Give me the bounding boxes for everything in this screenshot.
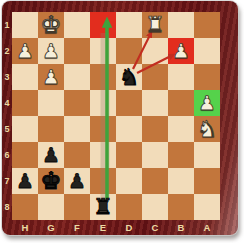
square-h7[interactable]: ♟ <box>12 168 38 194</box>
square-c1[interactable]: ♜ <box>142 12 168 38</box>
file-label-G: G <box>38 222 64 235</box>
file-label-F: F <box>64 222 90 235</box>
square-b6[interactable] <box>168 142 194 168</box>
square-b7[interactable] <box>168 168 194 194</box>
piece-black-rook-e8[interactable]: ♜ <box>90 194 116 220</box>
rank-label-7: 7 <box>2 168 12 194</box>
square-a2[interactable] <box>194 38 220 64</box>
square-f1[interactable] <box>64 12 90 38</box>
square-f3[interactable] <box>64 64 90 90</box>
square-d3[interactable]: ♞ <box>116 64 142 90</box>
piece-black-pawn-f7[interactable]: ♟ <box>64 168 90 194</box>
square-b1[interactable] <box>168 12 194 38</box>
square-b2[interactable]: ♟ <box>168 38 194 64</box>
square-c7[interactable] <box>142 168 168 194</box>
square-h4[interactable] <box>12 90 38 116</box>
square-f7[interactable]: ♟ <box>64 168 90 194</box>
square-a8[interactable] <box>194 194 220 220</box>
square-f4[interactable] <box>64 90 90 116</box>
square-e5[interactable] <box>90 116 116 142</box>
square-g8[interactable] <box>38 194 64 220</box>
square-h3[interactable] <box>12 64 38 90</box>
rank-label-2: 2 <box>2 38 12 64</box>
square-g7[interactable]: ♚ <box>38 168 64 194</box>
square-e7[interactable] <box>90 168 116 194</box>
square-a7[interactable] <box>194 168 220 194</box>
rank-label-5: 5 <box>2 116 12 142</box>
piece-white-pawn-g2[interactable]: ♟ <box>38 38 64 64</box>
square-e1[interactable] <box>90 12 116 38</box>
square-a3[interactable] <box>194 64 220 90</box>
file-label-H: H <box>12 222 38 235</box>
square-c6[interactable] <box>142 142 168 168</box>
square-g2[interactable]: ♟ <box>38 38 64 64</box>
piece-white-pawn-a4[interactable]: ♟ <box>194 90 220 116</box>
square-h6[interactable] <box>12 142 38 168</box>
square-c8[interactable] <box>142 194 168 220</box>
square-h5[interactable] <box>12 116 38 142</box>
piece-white-king-g1[interactable]: ♚ <box>38 12 64 38</box>
piece-black-knight-d3[interactable]: ♞ <box>116 64 142 90</box>
square-e2[interactable] <box>90 38 116 64</box>
square-h8[interactable] <box>12 194 38 220</box>
rank-label-3: 3 <box>2 64 12 90</box>
piece-white-pawn-h2[interactable]: ♟ <box>12 38 38 64</box>
board-frame: ♚♜♟♟♟♟♞♟♞♟♟♚♟♜ 12345678HGFEDCBA <box>2 1 238 235</box>
square-e4[interactable] <box>90 90 116 116</box>
piece-black-pawn-h7[interactable]: ♟ <box>12 168 38 194</box>
square-b4[interactable] <box>168 90 194 116</box>
rank-label-1: 1 <box>2 12 12 38</box>
file-label-B: B <box>168 222 194 235</box>
file-label-D: D <box>116 222 142 235</box>
chess-board: ♚♜♟♟♟♟♞♟♞♟♟♚♟♜ <box>12 12 220 220</box>
rank-label-8: 8 <box>2 194 12 220</box>
file-label-E: E <box>90 222 116 235</box>
square-c4[interactable] <box>142 90 168 116</box>
square-f8[interactable] <box>64 194 90 220</box>
square-a6[interactable] <box>194 142 220 168</box>
square-g5[interactable] <box>38 116 64 142</box>
square-h1[interactable] <box>12 12 38 38</box>
square-d5[interactable] <box>116 116 142 142</box>
square-b5[interactable] <box>168 116 194 142</box>
square-d6[interactable] <box>116 142 142 168</box>
square-f5[interactable] <box>64 116 90 142</box>
square-a1[interactable] <box>194 12 220 38</box>
piece-white-pawn-g3[interactable]: ♟ <box>38 64 64 90</box>
piece-white-knight-a5[interactable]: ♞ <box>194 116 220 142</box>
square-g6[interactable]: ♟ <box>38 142 64 168</box>
file-label-A: A <box>194 222 220 235</box>
square-d8[interactable] <box>116 194 142 220</box>
piece-black-pawn-g6[interactable]: ♟ <box>38 142 64 168</box>
square-e3[interactable] <box>90 64 116 90</box>
rank-label-6: 6 <box>2 142 12 168</box>
square-a4[interactable]: ♟ <box>194 90 220 116</box>
square-f2[interactable] <box>64 38 90 64</box>
square-g3[interactable]: ♟ <box>38 64 64 90</box>
rank-label-4: 4 <box>2 90 12 116</box>
square-e8[interactable]: ♜ <box>90 194 116 220</box>
square-e6[interactable] <box>90 142 116 168</box>
chess-diagram: ♚♜♟♟♟♟♞♟♞♟♟♚♟♜ 12345678HGFEDCBA <box>0 0 244 243</box>
square-b3[interactable] <box>168 64 194 90</box>
square-f6[interactable] <box>64 142 90 168</box>
piece-white-rook-c1[interactable]: ♜ <box>142 12 168 38</box>
square-c2[interactable] <box>142 38 168 64</box>
square-d1[interactable] <box>116 12 142 38</box>
square-c5[interactable] <box>142 116 168 142</box>
square-a5[interactable]: ♞ <box>194 116 220 142</box>
square-d2[interactable] <box>116 38 142 64</box>
file-label-C: C <box>142 222 168 235</box>
square-h2[interactable]: ♟ <box>12 38 38 64</box>
square-b8[interactable] <box>168 194 194 220</box>
square-g4[interactable] <box>38 90 64 116</box>
square-c3[interactable] <box>142 64 168 90</box>
square-d4[interactable] <box>116 90 142 116</box>
piece-white-pawn-b2[interactable]: ♟ <box>168 38 194 64</box>
piece-black-king-g7[interactable]: ♚ <box>38 168 64 194</box>
square-d7[interactable] <box>116 168 142 194</box>
square-g1[interactable]: ♚ <box>38 12 64 38</box>
